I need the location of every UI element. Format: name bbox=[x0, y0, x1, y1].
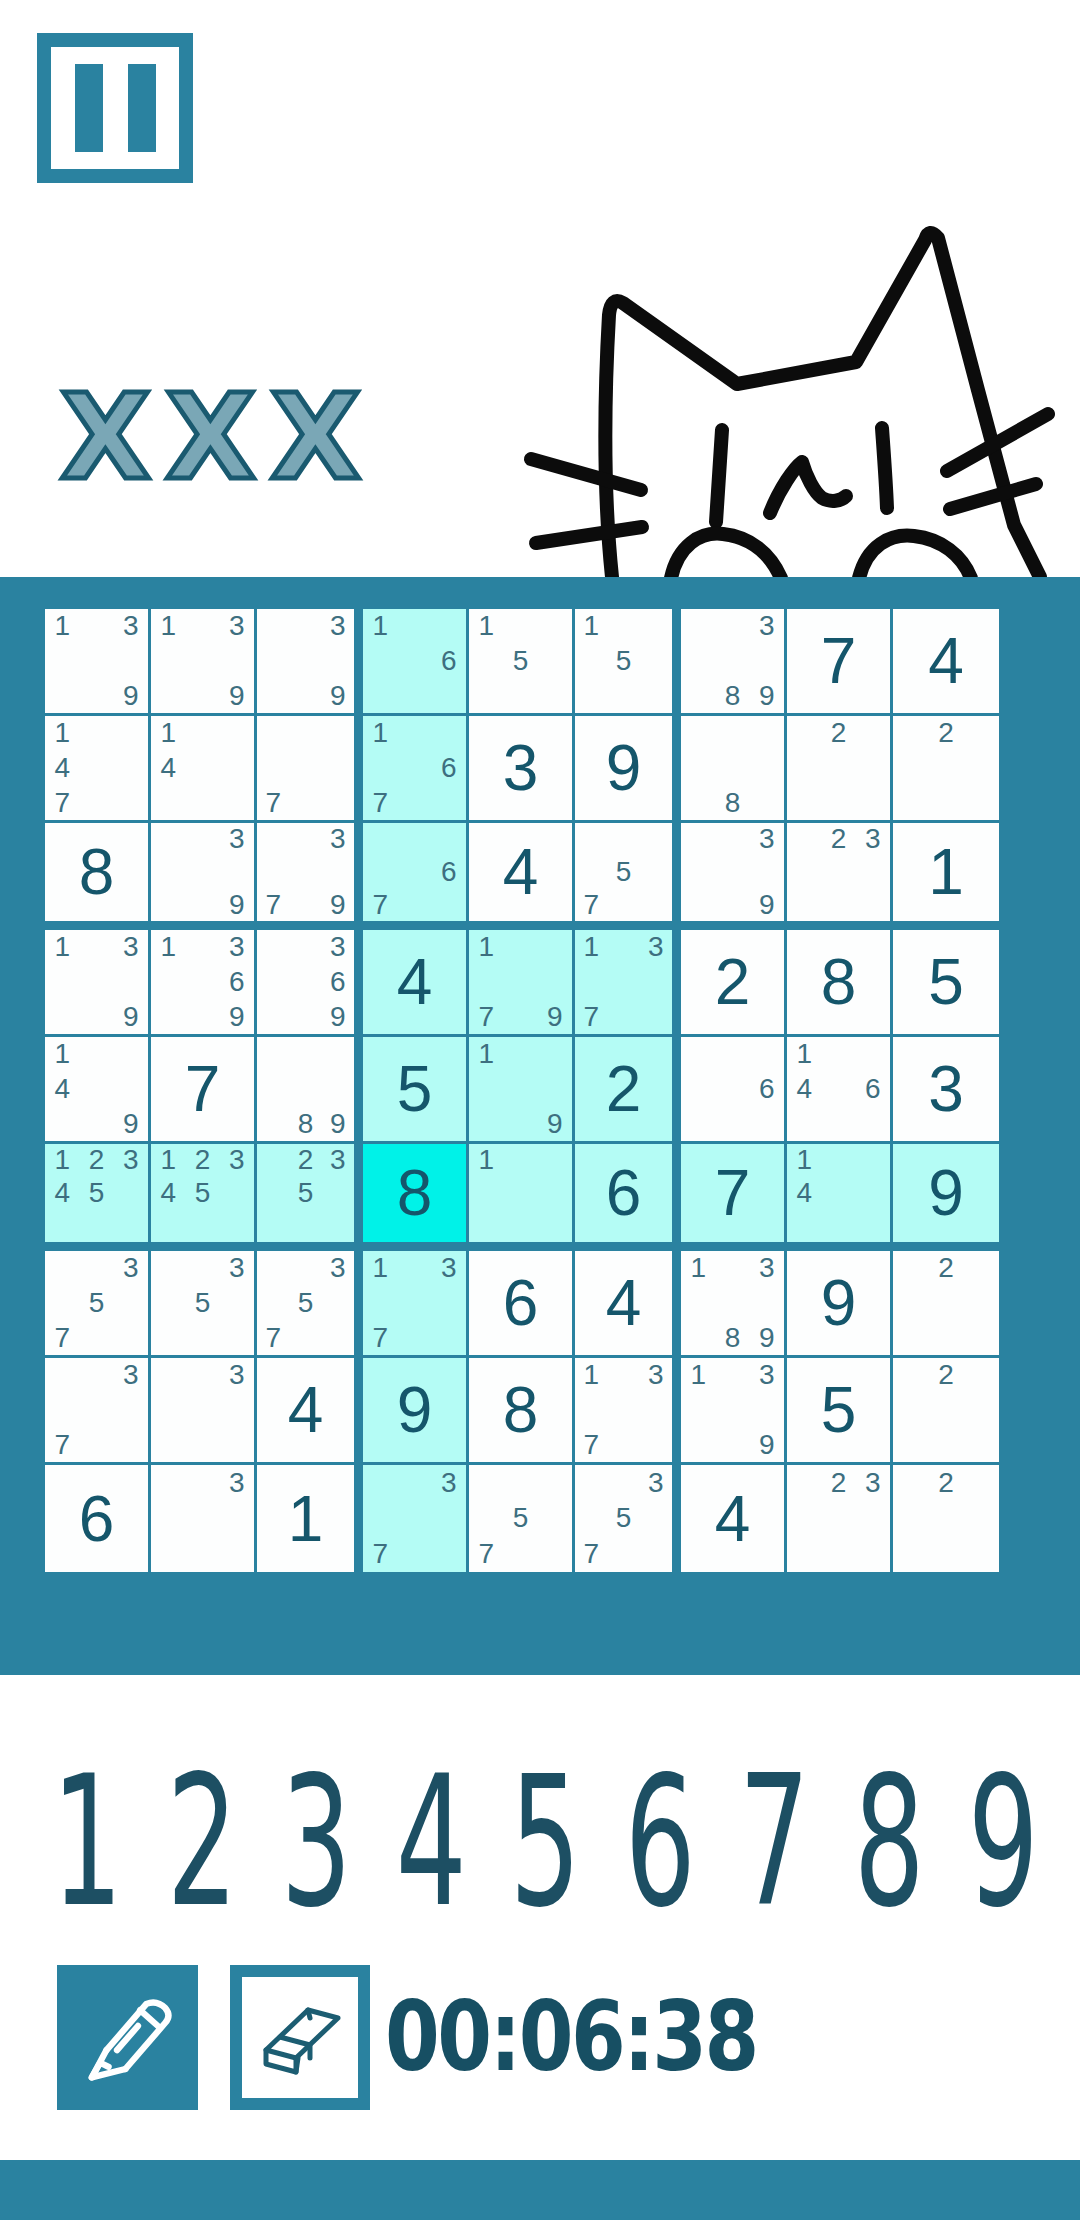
cat-whisker bbox=[950, 484, 1036, 509]
pencil-mark: 8 bbox=[289, 1106, 321, 1141]
cell-value: 9 bbox=[787, 1251, 890, 1355]
cell-value: 6 bbox=[45, 1465, 148, 1572]
pencil-mark: 3 bbox=[750, 1251, 784, 1286]
pencil-mark: 3 bbox=[640, 1465, 672, 1501]
cell-r7c2[interactable]: 35 bbox=[151, 1251, 257, 1358]
mistakes-counter: XXX bbox=[60, 378, 375, 496]
pencil-mark: 3 bbox=[856, 1465, 890, 1501]
cell-r1c4[interactable]: 16 bbox=[363, 609, 469, 716]
cat-whisker bbox=[536, 527, 642, 543]
pencil-mark: 3 bbox=[750, 609, 784, 644]
pencil-mark: 3 bbox=[856, 823, 890, 856]
pencil-mark: 1 bbox=[151, 609, 185, 644]
cell-value: 9 bbox=[363, 1358, 466, 1462]
pencil-mark: 6 bbox=[856, 1072, 890, 1107]
pencil-mark: 1 bbox=[575, 609, 607, 644]
cell-value: 4 bbox=[363, 930, 466, 1034]
pencil-mark: 7 bbox=[257, 785, 289, 820]
pencil-mark: 2 bbox=[928, 1251, 963, 1286]
cell-r2c7[interactable]: 8 bbox=[681, 716, 787, 823]
cell-r4c4[interactable]: 4 bbox=[363, 930, 469, 1037]
cell-value: 4 bbox=[575, 1251, 672, 1355]
pencil-mark: 1 bbox=[151, 1144, 185, 1177]
cell-r2c9[interactable]: 2 bbox=[893, 716, 999, 823]
pencil-mark: 9 bbox=[750, 888, 784, 921]
pencil-mark: 2 bbox=[928, 1465, 963, 1501]
eraser-button[interactable] bbox=[230, 1965, 370, 2110]
pencil-mark: 5 bbox=[289, 1286, 321, 1321]
pencil-mark: 7 bbox=[575, 888, 607, 921]
cell-value: 2 bbox=[575, 1037, 672, 1141]
pencil-mark: 3 bbox=[220, 930, 254, 965]
cell-r3c5[interactable]: 4 bbox=[469, 823, 575, 930]
cell-r8c7[interactable]: 139 bbox=[681, 1358, 787, 1465]
cell-value: 4 bbox=[257, 1358, 354, 1462]
cell-value: 8 bbox=[45, 823, 148, 921]
cell-r5c3[interactable]: 89 bbox=[257, 1037, 363, 1144]
pencil-mark: 3 bbox=[322, 609, 354, 644]
cell-r5c6[interactable]: 2 bbox=[575, 1037, 681, 1144]
pencil-mark: 9 bbox=[750, 1427, 784, 1462]
pencil-mark: 4 bbox=[787, 1177, 821, 1210]
cell-value: 1 bbox=[257, 1465, 354, 1572]
numpad-4[interactable]: 4 bbox=[395, 1762, 466, 1922]
pencil-mark: 7 bbox=[257, 1320, 289, 1355]
cell-r9c6[interactable]: 357 bbox=[575, 1465, 681, 1572]
cell-r7c7[interactable]: 1389 bbox=[681, 1251, 787, 1358]
pencil-mark: 3 bbox=[220, 609, 254, 644]
pencil-mark: 3 bbox=[750, 1358, 784, 1393]
pencil-mark: 2 bbox=[821, 1465, 855, 1501]
number-pad: 123456789 bbox=[0, 1762, 1080, 1922]
pencil-mark: 2 bbox=[79, 1144, 113, 1177]
pencil-mark: 2 bbox=[928, 1358, 963, 1393]
cell-r7c5[interactable]: 6 bbox=[469, 1251, 575, 1358]
cell-r1c5[interactable]: 15 bbox=[469, 609, 575, 716]
cell-r5c2[interactable]: 7 bbox=[151, 1037, 257, 1144]
cell-r7c8[interactable]: 9 bbox=[787, 1251, 893, 1358]
cell-r4c5[interactable]: 179 bbox=[469, 930, 575, 1037]
pencil-mark: 5 bbox=[185, 1177, 219, 1210]
pencil-mark: 2 bbox=[821, 823, 855, 856]
cell-value: 4 bbox=[469, 823, 572, 921]
pencil-mark: 6 bbox=[220, 965, 254, 1000]
pencil-mark: 5 bbox=[79, 1286, 113, 1321]
cat-head-outline bbox=[605, 233, 1040, 577]
cell-r2c1[interactable]: 147 bbox=[45, 716, 151, 823]
cell-r3c2[interactable]: 39 bbox=[151, 823, 257, 930]
pencil-mark: 7 bbox=[363, 1320, 397, 1355]
pencil-mark: 1 bbox=[681, 1251, 715, 1286]
numpad-5[interactable]: 5 bbox=[510, 1762, 581, 1922]
pencil-icon bbox=[75, 1985, 180, 2090]
cell-r4c2[interactable]: 1369 bbox=[151, 930, 257, 1037]
pencil-mark: 1 bbox=[681, 1358, 715, 1393]
numpad-8[interactable]: 8 bbox=[853, 1762, 924, 1922]
cell-r9c7[interactable]: 4 bbox=[681, 1465, 787, 1572]
pencil-mark: 1 bbox=[469, 930, 503, 965]
cell-value: 2 bbox=[681, 930, 784, 1034]
pencil-mark: 2 bbox=[928, 716, 963, 751]
cell-r5c7[interactable]: 6 bbox=[681, 1037, 787, 1144]
pencil-mark: 9 bbox=[538, 999, 572, 1034]
pencil-mark: 7 bbox=[575, 999, 607, 1034]
pencil-mark: 3 bbox=[322, 1251, 354, 1286]
pencil-mark: 3 bbox=[432, 1465, 466, 1501]
pencil-mark: 4 bbox=[45, 1177, 79, 1210]
cell-r6c7[interactable]: 7 bbox=[681, 1144, 787, 1251]
pencil-mark: 3 bbox=[322, 930, 354, 965]
cell-value: 1 bbox=[893, 823, 999, 921]
pencil-mark: 9 bbox=[220, 678, 254, 713]
pencil-mark: 6 bbox=[432, 856, 466, 889]
pencil-mark: 9 bbox=[750, 1320, 784, 1355]
pencil-mark: 6 bbox=[432, 751, 466, 786]
cell-r3c6[interactable]: 57 bbox=[575, 823, 681, 930]
pencil-mark: 7 bbox=[363, 785, 397, 820]
cell-r1c7[interactable]: 389 bbox=[681, 609, 787, 716]
pencil-mark: 1 bbox=[469, 1144, 503, 1177]
cell-value: 5 bbox=[787, 1358, 890, 1462]
cat-right-eye bbox=[882, 428, 887, 508]
cell-r6c4[interactable]: 8 bbox=[363, 1144, 469, 1251]
cell-r9c1[interactable]: 6 bbox=[45, 1465, 151, 1572]
pencil-mark: 1 bbox=[45, 1037, 79, 1072]
cell-value: 5 bbox=[893, 930, 999, 1034]
cell-r3c9[interactable]: 1 bbox=[893, 823, 999, 930]
cell-r6c9[interactable]: 9 bbox=[893, 1144, 999, 1251]
cell-r2c4[interactable]: 167 bbox=[363, 716, 469, 823]
cell-r9c2[interactable]: 3 bbox=[151, 1465, 257, 1572]
cell-value: 5 bbox=[363, 1037, 466, 1141]
cell-value: 7 bbox=[787, 609, 890, 713]
pencil-mark: 7 bbox=[45, 1427, 79, 1462]
cell-r9c9[interactable]: 2 bbox=[893, 1465, 999, 1572]
cell-r9c5[interactable]: 57 bbox=[469, 1465, 575, 1572]
pencil-mark: 4 bbox=[151, 751, 185, 786]
pencil-mark: 6 bbox=[750, 1072, 784, 1107]
cell-r1c2[interactable]: 139 bbox=[151, 609, 257, 716]
cell-r9c8[interactable]: 23 bbox=[787, 1465, 893, 1572]
cell-r6c1[interactable]: 12345 bbox=[45, 1144, 151, 1251]
pencil-mark: 8 bbox=[715, 1320, 749, 1355]
cell-r4c9[interactable]: 5 bbox=[893, 930, 999, 1037]
cell-r3c1[interactable]: 8 bbox=[45, 823, 151, 930]
pencil-mark: 3 bbox=[220, 1358, 254, 1393]
cell-r8c2[interactable]: 3 bbox=[151, 1358, 257, 1465]
cell-r3c7[interactable]: 39 bbox=[681, 823, 787, 930]
pencil-mark: 5 bbox=[503, 644, 537, 679]
pencil-mark: 3 bbox=[750, 823, 784, 856]
pencil-mark: 1 bbox=[151, 930, 185, 965]
cell-r3c3[interactable]: 379 bbox=[257, 823, 363, 930]
cell-value: 9 bbox=[893, 1144, 999, 1242]
cell-value: 3 bbox=[893, 1037, 999, 1141]
cat-left-paw bbox=[671, 534, 781, 578]
cell-r6c2[interactable]: 12345 bbox=[151, 1144, 257, 1251]
cell-r4c6[interactable]: 137 bbox=[575, 930, 681, 1037]
pencil-mark: 1 bbox=[469, 1037, 503, 1072]
pencil-mark: 1 bbox=[45, 716, 79, 751]
pencil-mark: 5 bbox=[607, 1501, 639, 1537]
pencil-mark: 5 bbox=[607, 856, 639, 889]
pencil-mark: 8 bbox=[715, 785, 749, 820]
cell-value: 3 bbox=[469, 716, 572, 820]
pencil-mark: 9 bbox=[538, 1106, 572, 1141]
cell-r7c9[interactable]: 2 bbox=[893, 1251, 999, 1358]
pencil-mark: 9 bbox=[322, 999, 354, 1034]
pencil-mark: 1 bbox=[45, 1144, 79, 1177]
cell-r2c3[interactable]: 7 bbox=[257, 716, 363, 823]
pencil-mark: 3 bbox=[640, 930, 672, 965]
pencil-mark: 3 bbox=[220, 823, 254, 856]
cell-r8c9[interactable]: 2 bbox=[893, 1358, 999, 1465]
cell-r1c3[interactable]: 39 bbox=[257, 609, 363, 716]
cell-r5c5[interactable]: 19 bbox=[469, 1037, 575, 1144]
timer: 00:06:38 bbox=[385, 1965, 757, 2110]
pencil-mark: 4 bbox=[151, 1177, 185, 1210]
pencil-mark: 1 bbox=[45, 930, 79, 965]
pencil-mark: 7 bbox=[469, 999, 503, 1034]
pencil-mark: 8 bbox=[715, 678, 749, 713]
pencil-mark: 7 bbox=[363, 1536, 397, 1572]
cat-whisker bbox=[531, 459, 641, 490]
cell-r4c7[interactable]: 2 bbox=[681, 930, 787, 1037]
cell-r5c8[interactable]: 146 bbox=[787, 1037, 893, 1144]
cell-r5c4[interactable]: 5 bbox=[363, 1037, 469, 1144]
pencil-mode-button[interactable] bbox=[57, 1965, 198, 2110]
sudoku-board-frame: 1391393916151538974147147167398228393796… bbox=[0, 577, 1080, 1675]
cell-r9c3[interactable]: 1 bbox=[257, 1465, 363, 1572]
pencil-mark: 1 bbox=[787, 1037, 821, 1072]
pencil-mark: 6 bbox=[322, 965, 354, 1000]
cell-r1c1[interactable]: 139 bbox=[45, 609, 151, 716]
cell-r7c1[interactable]: 357 bbox=[45, 1251, 151, 1358]
cell-r5c1[interactable]: 149 bbox=[45, 1037, 151, 1144]
numpad-9[interactable]: 9 bbox=[968, 1762, 1039, 1922]
cell-r7c6[interactable]: 4 bbox=[575, 1251, 681, 1358]
pencil-mark: 3 bbox=[220, 1251, 254, 1286]
cell-r8c6[interactable]: 137 bbox=[575, 1358, 681, 1465]
numpad-3[interactable]: 3 bbox=[281, 1762, 352, 1922]
cell-r2c2[interactable]: 14 bbox=[151, 716, 257, 823]
cell-r8c3[interactable]: 4 bbox=[257, 1358, 363, 1465]
cell-value: 9 bbox=[575, 716, 672, 820]
pencil-mark: 5 bbox=[79, 1177, 113, 1210]
pencil-mark: 1 bbox=[363, 609, 397, 644]
pencil-mark: 1 bbox=[575, 930, 607, 965]
pencil-mark: 3 bbox=[114, 609, 148, 644]
pencil-mark: 1 bbox=[363, 716, 397, 751]
pencil-mark: 7 bbox=[575, 1536, 607, 1572]
pencil-mark: 7 bbox=[45, 1320, 79, 1355]
pencil-mark: 1 bbox=[151, 716, 185, 751]
pencil-mark: 3 bbox=[114, 1358, 148, 1393]
pause-button[interactable] bbox=[37, 33, 193, 183]
pencil-mark: 3 bbox=[322, 1144, 354, 1177]
cat-right-paw bbox=[859, 536, 971, 578]
cell-r1c8[interactable]: 7 bbox=[787, 609, 893, 716]
cell-r2c8[interactable]: 2 bbox=[787, 716, 893, 823]
pencil-mark: 7 bbox=[363, 888, 397, 921]
cell-r8c4[interactable]: 9 bbox=[363, 1358, 469, 1465]
cell-r1c9[interactable]: 4 bbox=[893, 609, 999, 716]
pencil-mark: 9 bbox=[114, 1106, 148, 1141]
pencil-mark: 3 bbox=[432, 1251, 466, 1286]
pencil-mark: 5 bbox=[185, 1286, 219, 1321]
cell-r4c1[interactable]: 139 bbox=[45, 930, 151, 1037]
pencil-mark: 3 bbox=[114, 1251, 148, 1286]
pencil-mark: 7 bbox=[469, 1536, 503, 1572]
cell-value: 8 bbox=[363, 1144, 466, 1242]
cell-r6c8[interactable]: 14 bbox=[787, 1144, 893, 1251]
numpad-7[interactable]: 7 bbox=[739, 1762, 810, 1922]
cell-r8c8[interactable]: 5 bbox=[787, 1358, 893, 1465]
pencil-mark: 3 bbox=[322, 823, 354, 856]
cell-r5c9[interactable]: 3 bbox=[893, 1037, 999, 1144]
cell-r2c5[interactable]: 3 bbox=[469, 716, 575, 823]
cell-r1c6[interactable]: 15 bbox=[575, 609, 681, 716]
bottom-toolbar: 00:06:38 bbox=[0, 1965, 1080, 2110]
sudoku-grid: 1391393916151538974147147167398228393796… bbox=[45, 609, 999, 1572]
cell-r6c3[interactable]: 235 bbox=[257, 1144, 363, 1251]
cell-r3c4[interactable]: 67 bbox=[363, 823, 469, 930]
pencil-mark: 1 bbox=[363, 1251, 397, 1286]
eraser-icon bbox=[250, 1988, 350, 2088]
pencil-mark: 5 bbox=[289, 1177, 321, 1210]
pencil-mark: 5 bbox=[503, 1501, 537, 1537]
pencil-mark: 3 bbox=[220, 1465, 254, 1501]
pencil-mark: 1 bbox=[575, 1358, 607, 1393]
pencil-mark: 6 bbox=[432, 644, 466, 679]
cell-r7c3[interactable]: 357 bbox=[257, 1251, 363, 1358]
cat-left-eye bbox=[716, 430, 722, 522]
pencil-mark: 9 bbox=[750, 678, 784, 713]
pencil-mark: 2 bbox=[821, 716, 855, 751]
cell-value: 7 bbox=[151, 1037, 254, 1141]
pencil-mark: 9 bbox=[220, 888, 254, 921]
pencil-mark: 3 bbox=[114, 930, 148, 965]
cell-r9c4[interactable]: 37 bbox=[363, 1465, 469, 1572]
pencil-mark: 4 bbox=[45, 751, 79, 786]
cell-value: 6 bbox=[469, 1251, 572, 1355]
bottom-nav-bar bbox=[0, 2160, 1080, 2220]
pencil-mark: 2 bbox=[289, 1144, 321, 1177]
pencil-mark: 1 bbox=[469, 609, 503, 644]
cell-value: 4 bbox=[681, 1465, 784, 1572]
cell-value: 4 bbox=[893, 609, 999, 713]
cell-r8c1[interactable]: 37 bbox=[45, 1358, 151, 1465]
pencil-mark: 3 bbox=[640, 1358, 672, 1393]
cell-r3c8[interactable]: 23 bbox=[787, 823, 893, 930]
pause-icon bbox=[75, 64, 103, 152]
pencil-mark: 4 bbox=[787, 1072, 821, 1107]
cell-value: 8 bbox=[787, 930, 890, 1034]
pencil-mark: 9 bbox=[220, 999, 254, 1034]
pencil-mark: 9 bbox=[322, 678, 354, 713]
pencil-mark: 2 bbox=[185, 1144, 219, 1177]
pencil-mark: 1 bbox=[45, 609, 79, 644]
cell-r4c3[interactable]: 369 bbox=[257, 930, 363, 1037]
pencil-mark: 4 bbox=[45, 1072, 79, 1107]
numpad-2[interactable]: 2 bbox=[166, 1762, 237, 1922]
pencil-mark: 7 bbox=[575, 1427, 607, 1462]
cell-value: 6 bbox=[575, 1144, 672, 1242]
pencil-mark: 5 bbox=[607, 644, 639, 679]
cell-value: 7 bbox=[681, 1144, 784, 1242]
numpad-6[interactable]: 6 bbox=[624, 1762, 695, 1922]
numpad-1[interactable]: 1 bbox=[52, 1762, 123, 1922]
pencil-mark: 9 bbox=[322, 1106, 354, 1141]
cell-r6c5[interactable]: 1 bbox=[469, 1144, 575, 1251]
pencil-mark: 7 bbox=[45, 785, 79, 820]
pencil-mark: 3 bbox=[220, 1144, 254, 1177]
pencil-mark: 9 bbox=[114, 678, 148, 713]
cell-r6c6[interactable]: 6 bbox=[575, 1144, 681, 1251]
pencil-mark: 7 bbox=[257, 888, 289, 921]
cell-r2c6[interactable]: 9 bbox=[575, 716, 681, 823]
pencil-mark: 1 bbox=[787, 1144, 821, 1177]
cell-r7c4[interactable]: 137 bbox=[363, 1251, 469, 1358]
pencil-mark: 9 bbox=[322, 888, 354, 921]
cat-nose bbox=[770, 462, 846, 513]
pause-icon bbox=[128, 64, 156, 152]
cat-whisker bbox=[947, 414, 1048, 471]
cell-value: 8 bbox=[469, 1358, 572, 1462]
pencil-mark: 9 bbox=[114, 999, 148, 1034]
pencil-mark: 3 bbox=[114, 1144, 148, 1177]
cell-r8c5[interactable]: 8 bbox=[469, 1358, 575, 1465]
cell-r4c8[interactable]: 8 bbox=[787, 930, 893, 1037]
